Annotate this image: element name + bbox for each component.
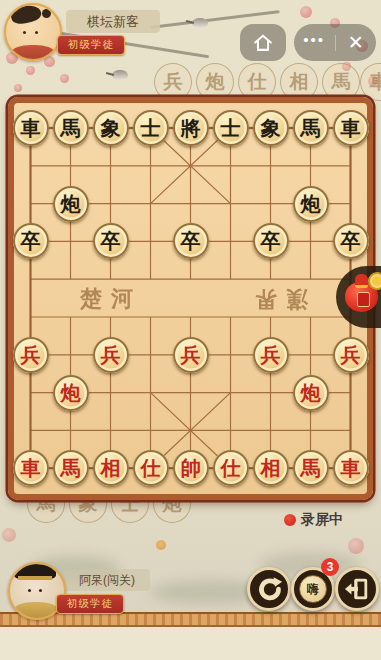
board-cell[interactable] bbox=[211, 185, 251, 223]
close-button[interactable]: ✕ bbox=[336, 24, 377, 61]
board-cell[interactable] bbox=[51, 147, 91, 185]
board-cell[interactable] bbox=[211, 336, 251, 374]
board-cell[interactable]: 車 bbox=[331, 109, 371, 147]
opponent-rank: 初级学徒 bbox=[67, 597, 113, 611]
board-cell[interactable]: 炮 bbox=[51, 374, 91, 412]
board-cell[interactable]: 卒 bbox=[331, 222, 371, 260]
restart-icon bbox=[256, 576, 283, 603]
piece-black-炮[interactable]: 炮 bbox=[53, 186, 89, 222]
piece-red-相[interactable]: 相 bbox=[93, 450, 129, 486]
board-cell[interactable] bbox=[131, 374, 171, 412]
board-cell[interactable]: 仕 bbox=[131, 449, 171, 487]
board-cell[interactable]: 馬 bbox=[51, 449, 91, 487]
red-packet-label bbox=[357, 292, 370, 307]
menu-close-pill: ••• ✕ bbox=[294, 24, 376, 61]
board-cell[interactable]: 兵 bbox=[331, 336, 371, 374]
board-cell[interactable] bbox=[291, 222, 331, 260]
piece-red-兵[interactable]: 兵 bbox=[173, 337, 209, 373]
lotus-flower bbox=[2, 528, 16, 542]
board-cell[interactable]: 帥 bbox=[171, 449, 211, 487]
emote-count: 3 bbox=[327, 560, 334, 574]
more-icon: ••• bbox=[303, 35, 325, 51]
board-cell[interactable] bbox=[11, 298, 51, 336]
piece-black-士[interactable]: 士 bbox=[133, 110, 169, 146]
blossom bbox=[26, 66, 35, 75]
board-cell[interactable] bbox=[211, 222, 251, 260]
piece-black-卒[interactable]: 卒 bbox=[333, 223, 369, 259]
red-packet-knot bbox=[355, 274, 368, 288]
lotus-bud bbox=[156, 540, 166, 550]
gold-coin-icon bbox=[368, 272, 381, 290]
bottom-margin bbox=[0, 627, 381, 660]
opponent-name: 阿呆(闯关) bbox=[79, 572, 135, 589]
board-cell[interactable] bbox=[171, 260, 211, 298]
board-cell[interactable] bbox=[91, 374, 131, 412]
board-cell[interactable] bbox=[291, 336, 331, 374]
board-cell[interactable] bbox=[131, 260, 171, 298]
board-cell[interactable] bbox=[291, 260, 331, 298]
more-button[interactable]: ••• bbox=[294, 24, 335, 61]
board-cell[interactable] bbox=[171, 185, 211, 223]
bird bbox=[112, 70, 128, 80]
home-icon bbox=[252, 32, 274, 54]
board-cell[interactable]: 象 bbox=[251, 109, 291, 147]
blossom bbox=[300, 6, 312, 18]
board-cell[interactable]: 象 bbox=[91, 109, 131, 147]
board-cell[interactable] bbox=[91, 411, 131, 449]
board-cell[interactable] bbox=[171, 411, 211, 449]
board-cell[interactable] bbox=[291, 411, 331, 449]
board-cell[interactable] bbox=[91, 147, 131, 185]
ghost-piece: 兵 bbox=[154, 63, 192, 101]
piece-red-馬[interactable]: 馬 bbox=[53, 450, 89, 486]
board-cell[interactable] bbox=[51, 260, 91, 298]
piece-red-仕[interactable]: 仕 bbox=[133, 450, 169, 486]
board-cell[interactable] bbox=[11, 260, 51, 298]
piece-black-馬[interactable]: 馬 bbox=[53, 110, 89, 146]
avatar-hair bbox=[9, 3, 42, 26]
board-cell[interactable]: 兵 bbox=[11, 336, 51, 374]
blossom bbox=[60, 74, 69, 83]
game-screen: 兵炮仕相馬車 馬象士炮 棋坛新客 初级学徒 ••• ✕ bbox=[0, 0, 381, 660]
board-cell[interactable] bbox=[291, 298, 331, 336]
board-cell[interactable] bbox=[51, 298, 91, 336]
board-cell[interactable] bbox=[331, 147, 371, 185]
board-cell[interactable] bbox=[251, 374, 291, 412]
board-cell[interactable]: 兵 bbox=[251, 336, 291, 374]
piece-red-相[interactable]: 相 bbox=[253, 450, 289, 486]
opponent-avatar-eye bbox=[28, 589, 31, 592]
restart-button[interactable] bbox=[247, 567, 291, 611]
ghost-piece: 馬 bbox=[322, 63, 360, 101]
player-rank: 初级学徒 bbox=[68, 38, 114, 52]
recording-text: 录屏中 bbox=[301, 511, 343, 529]
board-cell[interactable] bbox=[131, 147, 171, 185]
board-cell[interactable] bbox=[131, 185, 171, 223]
board-cell[interactable]: 士 bbox=[211, 109, 251, 147]
piece-black-象[interactable]: 象 bbox=[253, 110, 289, 146]
board-cell[interactable] bbox=[211, 411, 251, 449]
board-cell[interactable]: 相 bbox=[251, 449, 291, 487]
board-cell[interactable]: 卒 bbox=[251, 222, 291, 260]
bird bbox=[192, 18, 208, 28]
board-cell[interactable]: 車 bbox=[331, 449, 371, 487]
piece-red-炮[interactable]: 炮 bbox=[293, 375, 329, 411]
board-cell[interactable]: 馬 bbox=[291, 449, 331, 487]
lotus-flower bbox=[348, 538, 364, 554]
board-cell[interactable] bbox=[171, 147, 211, 185]
board-cell[interactable] bbox=[251, 147, 291, 185]
board-cell[interactable]: 卒 bbox=[11, 222, 51, 260]
board-cell[interactable] bbox=[211, 374, 251, 412]
board-cell[interactable] bbox=[51, 411, 91, 449]
board-cell[interactable]: 士 bbox=[131, 109, 171, 147]
board-cell[interactable] bbox=[11, 374, 51, 412]
board-cell[interactable]: 炮 bbox=[51, 185, 91, 223]
board-cell[interactable] bbox=[211, 147, 251, 185]
board-cell[interactable] bbox=[251, 260, 291, 298]
exit-icon bbox=[344, 576, 370, 602]
board-cell[interactable]: 兵 bbox=[91, 336, 131, 374]
piece-black-車[interactable]: 車 bbox=[333, 110, 369, 146]
emote-piece: 嗨 bbox=[299, 575, 327, 603]
piece-red-車[interactable]: 車 bbox=[333, 450, 369, 486]
avatar-eye bbox=[35, 31, 38, 34]
board-cell[interactable] bbox=[91, 298, 131, 336]
piece-red-車[interactable]: 車 bbox=[13, 450, 49, 486]
emote-count-badge: 3 bbox=[321, 558, 339, 576]
recording-dot-icon bbox=[284, 514, 296, 526]
board-cell[interactable] bbox=[11, 411, 51, 449]
player-rank-badge: 初级学徒 bbox=[57, 35, 125, 55]
board-cell[interactable]: 車 bbox=[11, 449, 51, 487]
board-cell[interactable] bbox=[251, 185, 291, 223]
piece-red-帥[interactable]: 帥 bbox=[173, 450, 209, 486]
board-cell[interactable]: 車 bbox=[11, 109, 51, 147]
piece-red-兵[interactable]: 兵 bbox=[253, 337, 289, 373]
piece-black-馬[interactable]: 馬 bbox=[293, 110, 329, 146]
board-cell[interactable] bbox=[91, 260, 131, 298]
board-cell[interactable] bbox=[91, 185, 131, 223]
blossom bbox=[14, 84, 22, 92]
board-grid: 車馬象士將士象馬車炮炮卒卒卒卒卒兵兵兵兵兵炮炮車馬相仕帥仕相馬車 bbox=[11, 109, 371, 487]
ghost-piece: 相 bbox=[280, 63, 318, 101]
piece-black-卒[interactable]: 卒 bbox=[173, 223, 209, 259]
piece-black-將[interactable]: 將 bbox=[173, 110, 209, 146]
avatar-hair-bun bbox=[42, 9, 51, 18]
board-cell[interactable]: 將 bbox=[171, 109, 211, 147]
board-cell[interactable] bbox=[51, 222, 91, 260]
piece-black-卒[interactable]: 卒 bbox=[93, 223, 129, 259]
emote-label: 嗨 bbox=[307, 581, 319, 598]
piece-red-炮[interactable]: 炮 bbox=[53, 375, 89, 411]
board-cell[interactable] bbox=[251, 298, 291, 336]
piece-red-兵[interactable]: 兵 bbox=[93, 337, 129, 373]
piece-red-仕[interactable]: 仕 bbox=[213, 450, 249, 486]
board-cell[interactable] bbox=[331, 411, 371, 449]
board-cell[interactable] bbox=[331, 185, 371, 223]
piece-black-卒[interactable]: 卒 bbox=[253, 223, 289, 259]
board-cell[interactable]: 卒 bbox=[91, 222, 131, 260]
board-cell[interactable]: 炮 bbox=[291, 374, 331, 412]
piece-black-炮[interactable]: 炮 bbox=[293, 186, 329, 222]
board-cell[interactable]: 馬 bbox=[291, 109, 331, 147]
exit-button[interactable] bbox=[335, 567, 379, 611]
piece-black-士[interactable]: 士 bbox=[213, 110, 249, 146]
player-name: 棋坛新客 bbox=[87, 13, 139, 31]
board-cell[interactable] bbox=[171, 374, 211, 412]
board-cell[interactable] bbox=[171, 298, 211, 336]
ghost-piece: 炮 bbox=[196, 63, 234, 101]
avatar-eye bbox=[23, 31, 26, 34]
meander-border bbox=[0, 612, 381, 627]
piece-black-象[interactable]: 象 bbox=[93, 110, 129, 146]
board-cell[interactable] bbox=[131, 411, 171, 449]
board-cell[interactable]: 仕 bbox=[211, 449, 251, 487]
piece-black-車[interactable]: 車 bbox=[13, 110, 49, 146]
piece-red-兵[interactable]: 兵 bbox=[333, 337, 369, 373]
opponent-avatar-eye bbox=[39, 589, 42, 592]
board-cell[interactable]: 馬 bbox=[51, 109, 91, 147]
board-cell[interactable] bbox=[131, 298, 171, 336]
board-cell[interactable]: 兵 bbox=[171, 336, 211, 374]
board-cell[interactable]: 卒 bbox=[171, 222, 211, 260]
piece-red-兵[interactable]: 兵 bbox=[13, 337, 49, 373]
board-cell[interactable] bbox=[211, 260, 251, 298]
board-cell[interactable] bbox=[131, 336, 171, 374]
board-cell[interactable] bbox=[51, 336, 91, 374]
xiangqi-board[interactable]: 楚河 漢界 車馬象士將士象馬車炮炮卒卒卒卒卒兵兵兵兵兵炮炮車馬相仕帥仕相馬車 bbox=[8, 97, 373, 500]
board-cell[interactable]: 炮 bbox=[291, 185, 331, 223]
close-icon: ✕ bbox=[348, 31, 364, 54]
recording-indicator: 录屏中 bbox=[284, 511, 343, 529]
opponent-name-plate: 阿呆(闯关) bbox=[64, 569, 150, 591]
piece-black-卒[interactable]: 卒 bbox=[13, 223, 49, 259]
board-cell[interactable] bbox=[131, 222, 171, 260]
board-cell[interactable] bbox=[251, 411, 291, 449]
board-cell[interactable] bbox=[291, 147, 331, 185]
opponent-rank-badge: 初级学徒 bbox=[56, 594, 124, 614]
player-avatar[interactable] bbox=[4, 3, 62, 61]
ghost-piece: 車 bbox=[360, 63, 381, 101]
player-name-plate: 棋坛新客 bbox=[66, 10, 160, 33]
opponent-avatar-hat-band bbox=[18, 576, 52, 580]
board-cell[interactable] bbox=[11, 147, 51, 185]
ghost-piece: 仕 bbox=[238, 63, 276, 101]
board-cell[interactable] bbox=[11, 185, 51, 223]
board-cell[interactable] bbox=[331, 374, 371, 412]
piece-red-馬[interactable]: 馬 bbox=[293, 450, 329, 486]
board-cell[interactable]: 相 bbox=[91, 449, 131, 487]
home-button[interactable] bbox=[240, 24, 286, 61]
board-cell[interactable] bbox=[211, 298, 251, 336]
